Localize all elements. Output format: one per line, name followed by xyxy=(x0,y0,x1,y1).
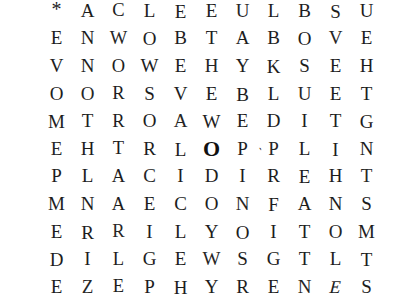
grid-cell-r6c7: P` xyxy=(227,135,258,163)
grid-cell-r4c1: O xyxy=(41,80,72,108)
grid-cell-r1c10: S xyxy=(320,0,351,25)
grid-cell-r4c9: U xyxy=(289,79,320,107)
grid-cell-r2c9: O xyxy=(289,25,320,53)
grid-cell-r11c4: P xyxy=(134,273,165,301)
grid-cell-r1c5: E xyxy=(165,0,196,25)
grid-cell-r9c4: I xyxy=(134,218,165,246)
grid-cell-r7c1: P xyxy=(41,163,72,191)
grid-cell-r5c6: W xyxy=(196,108,227,136)
grid-cell-r4c2: O xyxy=(72,79,103,107)
grid-cell-r6c4: R xyxy=(134,135,165,163)
grid-cell-r4c7: B xyxy=(227,80,258,108)
grid-cell-r2c2: N xyxy=(72,25,103,53)
grid-cell-r1c11: U xyxy=(351,0,382,25)
grid-cell-r5c11: G xyxy=(351,108,382,136)
grid-cell-r11c9: N xyxy=(289,272,320,300)
grid-cell-r10c2: I xyxy=(72,245,103,273)
grid-cell-r4c10: E xyxy=(320,80,351,108)
grid-cell-r6c9: L xyxy=(289,135,320,163)
grid-cell-r6c6: O xyxy=(196,135,227,163)
word-search-grid: *ACLEEULBSUENWOBTABOVEVNOWEHYKSEHOORSVEB… xyxy=(41,0,382,301)
grid-cell-r5c2: T xyxy=(72,107,103,135)
grid-cell-r5c8: D xyxy=(258,107,289,135)
grid-cell-r7c11: T xyxy=(351,162,382,190)
grid-cell-r10c9: T xyxy=(289,245,320,273)
grid-cell-r4c11: T xyxy=(351,80,382,108)
grid-cell-r10c3: L xyxy=(103,245,134,273)
grid-cell-r3c1: V xyxy=(41,52,72,80)
grid-cell-r9c6: Y xyxy=(196,218,227,246)
grid-cell-r4c4: S xyxy=(134,80,165,108)
grid-cell-r6c2: H xyxy=(72,135,103,163)
grid-cell-r8c8: F xyxy=(258,191,289,219)
scanned-puzzle-page: *ACLEEULBSUENWOBTABOVEVNOWEHYKSEHOORSVEB… xyxy=(0,0,407,306)
grid-cell-r3c3: O xyxy=(103,53,134,81)
grid-cell-r8c4: E xyxy=(134,190,165,218)
grid-cell-r4c6: E xyxy=(196,80,227,108)
grid-cell-r3c8: K xyxy=(258,53,289,81)
grid-cell-r9c3: R xyxy=(103,217,134,245)
grid-cell-r7c4: C xyxy=(134,162,165,190)
grid-cell-r5c7: E xyxy=(227,107,258,135)
grid-cell-r2c5: B xyxy=(165,25,196,53)
grid-cell-r7c7: I xyxy=(227,163,258,191)
grid-cell-r11c2: Z xyxy=(72,272,103,300)
grid-cell-r3c7: Y xyxy=(227,52,258,80)
grid-cell-r3c9: S xyxy=(289,52,320,80)
grid-cell-r9c11: M xyxy=(351,218,382,246)
grid-cell-r8c6: O xyxy=(196,190,227,218)
grid-cell-r5c4: O xyxy=(134,107,165,135)
grid-cell-r2c7: A xyxy=(227,25,258,53)
grid-cell-r8c3: A xyxy=(103,191,134,219)
grid-cell-r3c10: E xyxy=(320,52,351,80)
grid-cell-r10c4: G xyxy=(134,245,165,273)
grid-cell-r11c6: Y xyxy=(196,273,227,301)
grid-cell-r6c11: N xyxy=(351,135,382,163)
grid-cell-r4c5: V xyxy=(165,80,196,108)
grid-cell-r7c6: D xyxy=(196,163,227,191)
grid-cell-r2c8: B xyxy=(258,25,289,53)
grid-cell-r11c8: E xyxy=(258,273,289,301)
grid-cell-r2c4: O xyxy=(134,25,165,53)
grid-cell-r8c2: N xyxy=(72,190,103,218)
grid-cell-r4c3: R xyxy=(103,80,134,108)
grid-cell-r7c3: A xyxy=(103,163,134,191)
grid-cell-r1c8: L xyxy=(258,0,289,25)
grid-cell-r8c7: N xyxy=(227,190,258,218)
grid-cell-r11c7: R xyxy=(227,273,258,301)
grid-cell-r1c7: U xyxy=(227,0,258,24)
grid-cell-r7c8: R xyxy=(258,163,289,191)
grid-cell-r1c1: * xyxy=(41,0,72,25)
grid-cell-r8c5: C xyxy=(165,190,196,218)
grid-cell-r10c7: S xyxy=(227,245,258,273)
grid-cell-r1c3: C xyxy=(103,0,134,25)
grid-cell-r4c8: L xyxy=(258,80,289,108)
grid-cell-r10c5: E xyxy=(165,245,196,273)
grid-cell-r5c1: M xyxy=(41,108,72,136)
grid-cell-r9c7: O xyxy=(227,218,258,246)
grid-cell-r6c10: I xyxy=(320,135,351,163)
grid-cell-r7c9: E xyxy=(289,163,320,191)
grid-cell-r8c9: A xyxy=(289,190,320,218)
grid-cell-r10c6: W xyxy=(196,245,227,273)
grid-cell-r5c10: T xyxy=(320,107,351,135)
grid-cell-r3c5: E xyxy=(165,52,196,80)
grid-cell-r3c6: H xyxy=(196,52,227,80)
grid-cell-r2c10: V xyxy=(320,24,351,52)
grid-cell-r6c8: P xyxy=(258,134,289,162)
grid-cell-r5c5: A xyxy=(165,107,196,135)
grid-cell-r10c11: T xyxy=(351,246,382,274)
grid-cell-r1c2: A xyxy=(72,0,103,25)
grid-cell-r8c1: M xyxy=(41,190,72,218)
grid-cell-r6c1: E xyxy=(41,134,72,162)
grid-cell-r5c3: R xyxy=(103,107,134,135)
grid-cell-r5c9: I xyxy=(289,107,320,135)
grid-cell-r11c10: E xyxy=(316,273,354,301)
grid-cell-r1c4: L xyxy=(134,0,165,25)
grid-cell-r1c9: B xyxy=(289,0,320,25)
grid-cell-r11c1: E xyxy=(41,273,72,301)
grid-cell-r9c8: I xyxy=(258,218,289,246)
grid-cell-r3c2: N xyxy=(72,52,103,80)
grid-cell-r10c8: G xyxy=(258,245,289,273)
grid-cell-r9c2: R xyxy=(72,218,103,246)
grid-cell-r10c10: L xyxy=(320,245,351,273)
grid-cell-r8c10: N xyxy=(320,190,351,218)
grid-cell-r9c1: E xyxy=(41,218,72,246)
grid-cell-r11c3: E xyxy=(103,273,134,301)
grid-cell-r8c11: S xyxy=(351,190,382,218)
grid-cell-r2c11: E xyxy=(351,25,382,53)
grid-cell-r1c6: E xyxy=(196,0,227,25)
grid-cell-r9c5: L xyxy=(165,218,196,246)
grid-cell-r11c5: H xyxy=(165,273,196,301)
grid-cell-r2c6: T xyxy=(196,25,227,53)
grid-cell-r9c10: O xyxy=(320,217,351,245)
grid-cell-r7c5: I xyxy=(165,163,196,191)
grid-cell-r10c1: D xyxy=(41,246,72,274)
grid-cell-r3c11: H xyxy=(351,52,382,80)
grid-cell-r7c2: L xyxy=(72,163,103,191)
grid-cell-r3c4: W xyxy=(134,52,165,80)
grid-cell-r6c3: T xyxy=(103,135,134,163)
grid-cell-r11c11: S xyxy=(351,273,382,301)
grid-cell-r7c10: H xyxy=(320,163,351,191)
grid-cell-r2c3: W xyxy=(103,24,134,52)
grid-cell-r9c9: T xyxy=(289,218,320,246)
grid-cell-r2c1: E xyxy=(41,25,72,53)
grid-cell-r6c5: L xyxy=(165,135,196,163)
